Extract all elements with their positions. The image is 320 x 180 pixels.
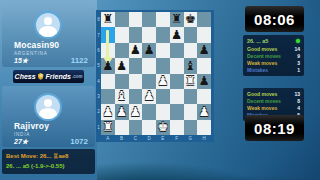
square-e4[interactable]: ♟ (156, 74, 170, 89)
square-g7[interactable] (184, 27, 198, 42)
avatar (34, 93, 62, 121)
black-bishop-g5[interactable]: ♝ (184, 58, 198, 73)
square-f6[interactable] (170, 43, 184, 58)
file-labels: ABCDEFGH (101, 135, 211, 142)
square-a5[interactable]: ♟ (101, 58, 115, 73)
square-e2[interactable] (156, 104, 170, 119)
stat-row-good-moves: Good moves14 (247, 45, 300, 52)
square-h2[interactable]: ♟ (197, 104, 211, 119)
file-label-g: G (184, 135, 198, 142)
square-c6[interactable]: ♟ (129, 43, 143, 58)
black-pawn-f7[interactable]: ♟ (170, 27, 184, 42)
file-label-h: H (197, 135, 211, 142)
player-country: INDIA (14, 132, 30, 137)
move-arrow-shaft (106, 30, 109, 58)
white-pawn-b2[interactable]: ♟ (115, 104, 129, 119)
square-b4[interactable] (115, 74, 129, 89)
square-h8[interactable] (197, 12, 211, 27)
square-f5[interactable] (170, 58, 184, 73)
square-b5[interactable]: ♟ (115, 58, 129, 73)
black-pawn-h6[interactable]: ♟ (197, 43, 211, 58)
square-e8[interactable] (156, 12, 170, 27)
stat-label: Good moves (247, 46, 277, 52)
shield-icon (38, 73, 44, 80)
player-name: Rajivroy (14, 121, 49, 131)
square-a4[interactable] (101, 74, 115, 89)
clock-top: 08:06 (245, 6, 304, 32)
stat-label: Decent moves (247, 98, 281, 104)
white-pawn-h2[interactable]: ♟ (197, 104, 211, 119)
stat-row-decent-moves: Decent moves8 (247, 97, 300, 104)
analysis-screen: Mocasin90 ARGENTINA 15★ 1122 Chess Frien… (0, 0, 320, 180)
square-b1[interactable] (115, 120, 129, 135)
white-bishop-b3[interactable]: ♝ (115, 89, 129, 104)
black-pawn-a5[interactable]: ♟ (101, 58, 115, 73)
file-label-e: E (156, 135, 170, 142)
stat-value: 1 (297, 67, 300, 73)
square-f3[interactable] (170, 89, 184, 104)
last-move-label: 26. ... a5 (247, 38, 268, 44)
square-h1[interactable] (197, 120, 211, 135)
black-pawn-c6[interactable]: ♟ (129, 43, 143, 58)
player-name: Mocasin90 (14, 40, 59, 50)
white-pawn-a2[interactable]: ♟ (101, 104, 115, 119)
player-level: 27★ (14, 138, 28, 146)
square-b3[interactable]: ♝ (115, 89, 129, 104)
square-d8[interactable] (142, 12, 156, 27)
square-b7[interactable] (115, 27, 129, 42)
square-a2[interactable]: ♟ (101, 104, 115, 119)
file-label-a: A (101, 135, 115, 142)
board-squares: ♜♜♚♟♟♟♟♟♟♝♟♜♟♝♟♟♟♟♟♜♚ (101, 12, 211, 135)
square-e6[interactable] (156, 43, 170, 58)
stat-value: 3 (297, 60, 300, 66)
square-h6[interactable]: ♟ (197, 43, 211, 58)
white-king-e1[interactable]: ♚ (156, 120, 170, 135)
square-f2[interactable] (170, 104, 184, 119)
stats-panel-top: 26. ... a5 Good moves14Decent moves9Weak… (243, 35, 304, 76)
square-h4[interactable]: ♟ (197, 74, 211, 89)
player-rating: 1122 (71, 56, 88, 65)
black-rook-a8[interactable]: ♜ (101, 12, 115, 27)
square-f7[interactable]: ♟ (170, 27, 184, 42)
move-quality-dot (296, 39, 300, 43)
avatar (34, 11, 62, 39)
square-g1[interactable] (184, 120, 198, 135)
square-a3[interactable] (101, 89, 115, 104)
square-g4[interactable]: ♜ (184, 74, 198, 89)
square-d6[interactable]: ♟ (142, 43, 156, 58)
stat-row-decent-moves: Decent moves9 (247, 52, 300, 59)
square-d7[interactable] (142, 27, 156, 42)
stat-label: Decent moves (247, 53, 281, 59)
square-e3[interactable] (156, 89, 170, 104)
players-panel: Mocasin90 ARGENTINA 15★ 1122 Chess Frien… (0, 0, 97, 180)
stat-value: 14 (294, 46, 300, 52)
best-move-text: Best Move: 26... ♖ae8 (6, 152, 68, 159)
square-b8[interactable] (115, 12, 129, 27)
square-c2[interactable]: ♟ (129, 104, 143, 119)
player-card-top: Mocasin90 ARGENTINA 15★ 1122 (2, 3, 95, 67)
black-pawn-h4[interactable]: ♟ (197, 74, 211, 89)
white-rook-a1[interactable]: ♜ (101, 120, 115, 135)
file-label-d: D (142, 135, 156, 142)
stat-label: Weak moves (247, 105, 277, 111)
square-b6[interactable] (115, 43, 129, 58)
chess-board: 87654321 ♜♜♚♟♟♟♟♟♟♝♟♜♟♝♟♟♟♟♟♜♚ ABCDEFGH (96, 10, 214, 142)
white-pawn-c2[interactable]: ♟ (129, 104, 143, 119)
stat-value: 13 (294, 91, 300, 97)
white-pawn-d3[interactable]: ♟ (142, 89, 156, 104)
square-h7[interactable] (197, 27, 211, 42)
square-c4[interactable] (129, 74, 143, 89)
stat-row-weak-moves: Weak moves4 (247, 104, 300, 111)
chessfriends-logo: Chess Friends .com (13, 70, 84, 83)
black-rook-f8[interactable]: ♜ (170, 12, 184, 27)
square-d2[interactable] (142, 104, 156, 119)
square-a8[interactable]: ♜ (101, 12, 115, 27)
stat-label: Good moves (247, 91, 277, 97)
player-card-bottom: Rajivroy INDIA 27★ 1072 (2, 86, 95, 147)
square-d5[interactable] (142, 58, 156, 73)
square-a1[interactable]: ♜ (101, 120, 115, 135)
player-country: ARGENTINA (14, 51, 47, 56)
white-pawn-e4[interactable]: ♟ (156, 74, 170, 89)
square-b2[interactable]: ♟ (115, 104, 129, 119)
file-label-b: B (115, 135, 129, 142)
square-c5[interactable] (129, 58, 143, 73)
square-g3[interactable] (184, 89, 198, 104)
stat-label: Weak moves (247, 60, 277, 66)
stat-value: 8 (297, 98, 300, 104)
stat-row-mistakes: Mistakes1 (247, 66, 300, 73)
square-h5[interactable] (197, 58, 211, 73)
file-label-f: F (170, 135, 184, 142)
square-d3[interactable]: ♟ (142, 89, 156, 104)
stat-row-weak-moves: Weak moves3 (247, 59, 300, 66)
square-g6[interactable] (184, 43, 198, 58)
square-h3[interactable] (197, 89, 211, 104)
stat-row-good-moves: Good moves13 (247, 90, 300, 97)
square-e7[interactable] (156, 27, 170, 42)
square-c1[interactable] (129, 120, 143, 135)
square-c3[interactable] (129, 89, 143, 104)
square-g8[interactable]: ♚ (184, 12, 198, 27)
square-e5[interactable] (156, 58, 170, 73)
logo-text-2: Friends (46, 73, 71, 80)
square-f4[interactable] (170, 74, 184, 89)
stat-value: 9 (297, 53, 300, 59)
clock-bottom: 08:19 (245, 115, 304, 141)
stat-label: Mistakes (247, 67, 268, 73)
logo-text-1: Chess (15, 73, 36, 80)
square-f1[interactable] (170, 120, 184, 135)
black-king-g8[interactable]: ♚ (184, 12, 198, 27)
square-c8[interactable] (129, 12, 143, 27)
square-g2[interactable] (184, 104, 198, 119)
black-pawn-d6[interactable]: ♟ (142, 43, 156, 58)
file-label-c: C (129, 135, 143, 142)
stat-value: 4 (297, 105, 300, 111)
played-move-eval-text: 26. ... a5 (-1.9->-0.55) (6, 163, 65, 169)
square-f8[interactable]: ♜ (170, 12, 184, 27)
white-rook-g4[interactable]: ♜ (184, 74, 198, 89)
square-g5[interactable]: ♝ (184, 58, 198, 73)
square-c7[interactable] (129, 27, 143, 42)
black-pawn-b5[interactable]: ♟ (115, 58, 129, 73)
square-e1[interactable]: ♚ (156, 120, 170, 135)
player-rating: 1072 (70, 137, 88, 146)
square-d4[interactable] (142, 74, 156, 89)
square-d1[interactable] (142, 120, 156, 135)
best-move-panel: Best Move: 26... ♖ae8 26. ... a5 (-1.9->… (2, 149, 95, 174)
logo-suffix: .com (72, 74, 83, 79)
player-level: 15★ (14, 57, 28, 65)
